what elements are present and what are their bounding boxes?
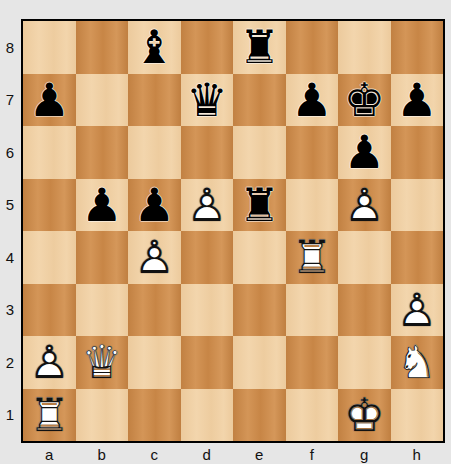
piece-white-pawn[interactable]: ♟♙	[128, 231, 181, 284]
file-label-e: e	[233, 444, 286, 464]
rank-label-1: 1	[0, 389, 20, 442]
square-h5[interactable]	[391, 179, 444, 232]
piece-black-rook[interactable]: ♜	[233, 179, 286, 232]
square-b4[interactable]	[76, 231, 129, 284]
square-h2[interactable]: ♞♘	[391, 336, 444, 389]
piece-white-rook[interactable]: ♜♖	[23, 389, 76, 442]
square-c2[interactable]	[128, 336, 181, 389]
square-c8[interactable]: ♝	[128, 21, 181, 74]
black-pawn-icon: ♟	[128, 179, 181, 232]
square-a7[interactable]: ♟	[23, 74, 76, 127]
square-b5[interactable]: ♟	[76, 179, 129, 232]
square-f1[interactable]	[286, 389, 339, 442]
square-e1[interactable]	[233, 389, 286, 442]
black-pawn-icon: ♟	[76, 179, 129, 232]
square-b8[interactable]	[76, 21, 129, 74]
piece-white-knight[interactable]: ♞♘	[391, 336, 444, 389]
square-d8[interactable]	[181, 21, 234, 74]
square-d7[interactable]: ♛	[181, 74, 234, 127]
square-f6[interactable]	[286, 126, 339, 179]
square-c3[interactable]	[128, 284, 181, 337]
piece-black-pawn[interactable]: ♟	[391, 74, 444, 127]
white-queen-outline-icon: ♕	[76, 336, 129, 389]
white-rook-outline-icon: ♖	[286, 231, 339, 284]
square-f5[interactable]	[286, 179, 339, 232]
square-e6[interactable]	[233, 126, 286, 179]
file-label-h: h	[391, 444, 444, 464]
black-rook-icon: ♜	[233, 21, 286, 74]
piece-black-pawn[interactable]: ♟	[338, 126, 391, 179]
square-c1[interactable]	[128, 389, 181, 442]
chess-app-window: 87654321 ♝♜♟♛♟♚♟♟♟♟♟♙♜♟♙♟♙♜♖♟♙♟♙♛♕♞♘♜♖♚♔…	[0, 0, 451, 464]
white-knight-outline-icon: ♘	[391, 336, 444, 389]
square-h4[interactable]	[391, 231, 444, 284]
square-g8[interactable]	[338, 21, 391, 74]
square-a3[interactable]	[23, 284, 76, 337]
black-pawn-icon: ♟	[286, 74, 339, 127]
square-b2[interactable]: ♛♕	[76, 336, 129, 389]
square-a4[interactable]	[23, 231, 76, 284]
square-b6[interactable]	[76, 126, 129, 179]
rank-label-2: 2	[0, 336, 20, 389]
piece-black-pawn[interactable]: ♟	[23, 74, 76, 127]
square-a6[interactable]	[23, 126, 76, 179]
black-queen-icon: ♛	[181, 74, 234, 127]
square-d2[interactable]	[181, 336, 234, 389]
square-f3[interactable]	[286, 284, 339, 337]
square-g2[interactable]	[338, 336, 391, 389]
file-label-c: c	[128, 444, 181, 464]
file-label-a: a	[23, 444, 76, 464]
square-h3[interactable]: ♟♙	[391, 284, 444, 337]
square-b7[interactable]	[76, 74, 129, 127]
square-a1[interactable]: ♜♖	[23, 389, 76, 442]
black-king-icon: ♚	[338, 74, 391, 127]
square-c7[interactable]	[128, 74, 181, 127]
black-pawn-icon: ♟	[391, 74, 444, 127]
rank-label-4: 4	[0, 231, 20, 284]
square-a8[interactable]	[23, 21, 76, 74]
piece-black-pawn[interactable]: ♟	[128, 179, 181, 232]
file-label-b: b	[76, 444, 129, 464]
square-e7[interactable]	[233, 74, 286, 127]
square-d3[interactable]	[181, 284, 234, 337]
white-pawn-outline-icon: ♙	[23, 336, 76, 389]
square-e5[interactable]: ♜	[233, 179, 286, 232]
square-f8[interactable]	[286, 21, 339, 74]
white-pawn-outline-icon: ♙	[128, 231, 181, 284]
black-bishop-icon: ♝	[128, 21, 181, 74]
square-g5[interactable]: ♟♙	[338, 179, 391, 232]
square-b1[interactable]	[76, 389, 129, 442]
black-rook-icon: ♜	[233, 179, 286, 232]
square-f7[interactable]: ♟	[286, 74, 339, 127]
square-d4[interactable]	[181, 231, 234, 284]
file-label-g: g	[338, 444, 391, 464]
piece-white-rook[interactable]: ♜♖	[286, 231, 339, 284]
square-g6[interactable]: ♟	[338, 126, 391, 179]
piece-black-king[interactable]: ♚	[338, 74, 391, 127]
piece-white-queen[interactable]: ♛♕	[76, 336, 129, 389]
square-e4[interactable]	[233, 231, 286, 284]
rank-label-7: 7	[0, 74, 20, 127]
white-pawn-outline-icon: ♙	[181, 179, 234, 232]
chess-board: ♝♜♟♛♟♚♟♟♟♟♟♙♜♟♙♟♙♜♖♟♙♟♙♛♕♞♘♜♖♚♔	[21, 19, 445, 443]
square-b3[interactable]	[76, 284, 129, 337]
piece-white-pawn[interactable]: ♟♙	[338, 179, 391, 232]
piece-white-king[interactable]: ♚♔	[338, 389, 391, 442]
square-h7[interactable]: ♟	[391, 74, 444, 127]
square-g7[interactable]: ♚	[338, 74, 391, 127]
square-d5[interactable]: ♟♙	[181, 179, 234, 232]
piece-white-pawn[interactable]: ♟♙	[181, 179, 234, 232]
square-h1[interactable]	[391, 389, 444, 442]
square-c5[interactable]: ♟	[128, 179, 181, 232]
square-c6[interactable]	[128, 126, 181, 179]
piece-white-pawn[interactable]: ♟♙	[391, 284, 444, 337]
file-label-f: f	[286, 444, 339, 464]
piece-black-pawn[interactable]: ♟	[76, 179, 129, 232]
white-pawn-outline-icon: ♙	[391, 284, 444, 337]
square-h8[interactable]	[391, 21, 444, 74]
piece-black-pawn[interactable]: ♟	[286, 74, 339, 127]
white-rook-outline-icon: ♖	[23, 389, 76, 442]
piece-black-bishop[interactable]: ♝	[128, 21, 181, 74]
rank-label-5: 5	[0, 179, 20, 232]
black-pawn-icon: ♟	[23, 74, 76, 127]
file-label-d: d	[181, 444, 234, 464]
white-pawn-outline-icon: ♙	[338, 179, 391, 232]
rank-label-3: 3	[0, 284, 20, 337]
square-d1[interactable]	[181, 389, 234, 442]
rank-label-6: 6	[0, 126, 20, 179]
square-e2[interactable]	[233, 336, 286, 389]
piece-white-pawn[interactable]: ♟♙	[23, 336, 76, 389]
square-f4[interactable]: ♜♖	[286, 231, 339, 284]
square-a5[interactable]	[23, 179, 76, 232]
square-c4[interactable]: ♟♙	[128, 231, 181, 284]
square-e8[interactable]: ♜	[233, 21, 286, 74]
rank-label-8: 8	[0, 21, 20, 74]
square-f2[interactable]	[286, 336, 339, 389]
square-g4[interactable]	[338, 231, 391, 284]
square-e3[interactable]	[233, 284, 286, 337]
square-g1[interactable]: ♚♔	[338, 389, 391, 442]
square-h6[interactable]	[391, 126, 444, 179]
piece-black-queen[interactable]: ♛	[181, 74, 234, 127]
square-g3[interactable]	[338, 284, 391, 337]
white-king-outline-icon: ♔	[338, 389, 391, 442]
square-d6[interactable]	[181, 126, 234, 179]
square-a2[interactable]: ♟♙	[23, 336, 76, 389]
black-pawn-icon: ♟	[338, 126, 391, 179]
piece-black-rook[interactable]: ♜	[233, 21, 286, 74]
